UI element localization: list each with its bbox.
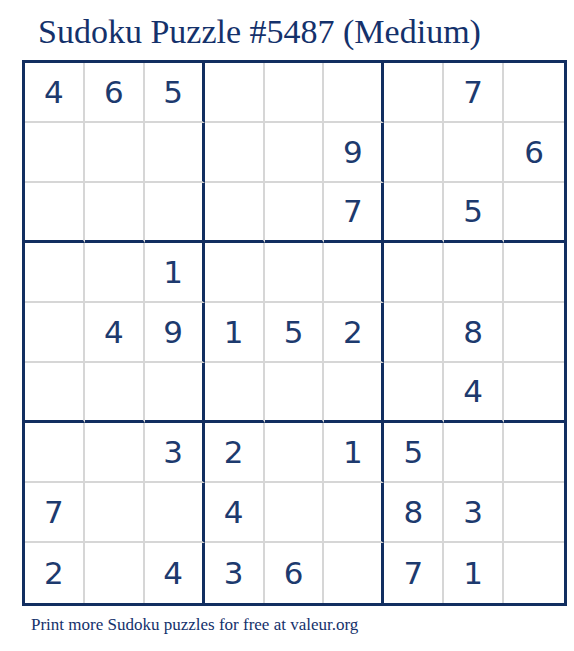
cell-r9c5: 6 — [265, 543, 325, 603]
cell-r7c9[interactable] — [504, 423, 564, 483]
cell-r3c7[interactable] — [384, 183, 444, 243]
cell-r5c7[interactable] — [384, 303, 444, 363]
cell-r1c6[interactable] — [324, 63, 384, 123]
cell-r1c2: 6 — [85, 63, 145, 123]
cell-r7c2[interactable] — [85, 423, 145, 483]
cell-r3c5[interactable] — [265, 183, 325, 243]
cell-r4c1[interactable] — [25, 243, 85, 303]
cell-r2c2[interactable] — [85, 123, 145, 183]
cell-r3c9[interactable] — [504, 183, 564, 243]
cell-r7c8[interactable] — [444, 423, 504, 483]
page: Sudoku Puzzle #5487 (Medium) 46579675149… — [0, 0, 574, 651]
cell-r6c9[interactable] — [504, 363, 564, 423]
cell-r8c7: 8 — [384, 483, 444, 543]
cell-r2c5[interactable] — [265, 123, 325, 183]
cell-r2c1[interactable] — [25, 123, 85, 183]
cell-r4c4[interactable] — [205, 243, 265, 303]
cell-r8c6[interactable] — [324, 483, 384, 543]
cell-r1c1: 4 — [25, 63, 85, 123]
cell-r4c5[interactable] — [265, 243, 325, 303]
cell-r1c7[interactable] — [384, 63, 444, 123]
cell-r7c1[interactable] — [25, 423, 85, 483]
cell-r8c2[interactable] — [85, 483, 145, 543]
cell-r6c8: 4 — [444, 363, 504, 423]
cell-r2c9: 6 — [504, 123, 564, 183]
cell-r7c3: 3 — [145, 423, 205, 483]
cell-r8c9[interactable] — [504, 483, 564, 543]
cell-r6c1[interactable] — [25, 363, 85, 423]
cell-r9c8: 1 — [444, 543, 504, 603]
cell-r2c4[interactable] — [205, 123, 265, 183]
cell-r4c8[interactable] — [444, 243, 504, 303]
cell-r7c5[interactable] — [265, 423, 325, 483]
cell-r6c2[interactable] — [85, 363, 145, 423]
cell-r1c8: 7 — [444, 63, 504, 123]
cell-r9c9[interactable] — [504, 543, 564, 603]
cell-r2c7[interactable] — [384, 123, 444, 183]
cell-r3c6: 7 — [324, 183, 384, 243]
cell-r1c3: 5 — [145, 63, 205, 123]
cell-r6c7[interactable] — [384, 363, 444, 423]
puzzle-title: Sudoku Puzzle #5487 (Medium) — [38, 12, 481, 53]
footer-note: Print more Sudoku puzzles for free at va… — [31, 615, 358, 635]
cell-r2c8[interactable] — [444, 123, 504, 183]
cell-r8c4: 4 — [205, 483, 265, 543]
cell-r1c5[interactable] — [265, 63, 325, 123]
cell-r5c1[interactable] — [25, 303, 85, 363]
cell-r8c3[interactable] — [145, 483, 205, 543]
cell-r7c7: 5 — [384, 423, 444, 483]
cell-r8c1: 7 — [25, 483, 85, 543]
cell-r5c9[interactable] — [504, 303, 564, 363]
cell-r6c6[interactable] — [324, 363, 384, 423]
cell-r9c6[interactable] — [324, 543, 384, 603]
cell-r3c3[interactable] — [145, 183, 205, 243]
cell-r9c3: 4 — [145, 543, 205, 603]
cell-r8c8: 3 — [444, 483, 504, 543]
cell-r5c6: 2 — [324, 303, 384, 363]
cell-r6c3[interactable] — [145, 363, 205, 423]
cell-r8c5[interactable] — [265, 483, 325, 543]
cell-r4c7[interactable] — [384, 243, 444, 303]
cell-r4c9[interactable] — [504, 243, 564, 303]
cell-r5c3: 9 — [145, 303, 205, 363]
cell-r6c4[interactable] — [205, 363, 265, 423]
cell-r5c5: 5 — [265, 303, 325, 363]
cell-r4c2[interactable] — [85, 243, 145, 303]
cell-r1c9[interactable] — [504, 63, 564, 123]
cell-r5c8: 8 — [444, 303, 504, 363]
sudoku-board: 465796751491528432157483243671 — [22, 60, 567, 606]
cell-r3c2[interactable] — [85, 183, 145, 243]
cell-r9c1: 2 — [25, 543, 85, 603]
cell-r5c4: 1 — [205, 303, 265, 363]
cell-r9c7: 7 — [384, 543, 444, 603]
cell-r4c3: 1 — [145, 243, 205, 303]
cell-r3c1[interactable] — [25, 183, 85, 243]
cell-r1c4[interactable] — [205, 63, 265, 123]
cell-r3c4[interactable] — [205, 183, 265, 243]
cell-r5c2: 4 — [85, 303, 145, 363]
cell-r2c3[interactable] — [145, 123, 205, 183]
cell-r3c8: 5 — [444, 183, 504, 243]
cell-r2c6: 9 — [324, 123, 384, 183]
cell-r7c4: 2 — [205, 423, 265, 483]
cell-r9c2[interactable] — [85, 543, 145, 603]
cell-r7c6: 1 — [324, 423, 384, 483]
cell-r6c5[interactable] — [265, 363, 325, 423]
cell-r9c4: 3 — [205, 543, 265, 603]
cell-r4c6[interactable] — [324, 243, 384, 303]
